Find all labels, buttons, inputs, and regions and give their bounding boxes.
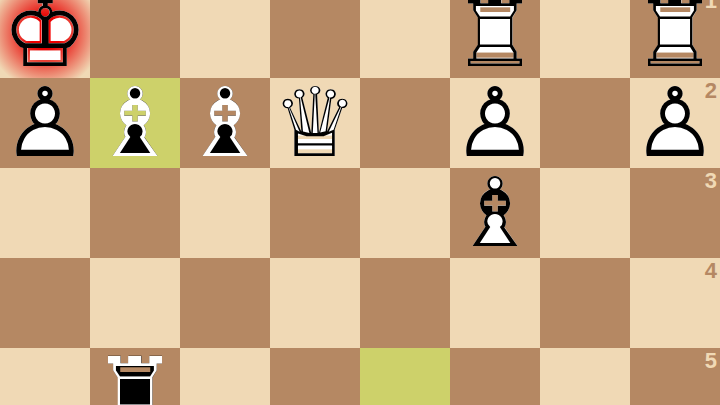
square-f5[interactable]	[180, 348, 270, 405]
square-e2[interactable]: ♛♕	[270, 78, 360, 168]
square-h2[interactable]: ♟♙	[0, 78, 90, 168]
square-h3[interactable]	[0, 168, 90, 258]
white-pawn-piece[interactable]: ♟	[2, 75, 88, 171]
square-a4[interactable]: 4	[630, 258, 720, 348]
square-g3[interactable]	[90, 168, 180, 258]
rank-label-5: 5	[705, 350, 717, 372]
white-pawn-piece[interactable]: ♟	[452, 75, 538, 171]
square-a3[interactable]: 3	[630, 168, 720, 258]
chess-board[interactable]: ♚♔♜♖♜♖1♟♙♝♗♝♗♛♕♟♙♟♙2♝♗34♜♖5	[0, 0, 720, 405]
square-b4[interactable]	[540, 258, 630, 348]
board-viewport: ♚♔♜♖♜♖1♟♙♝♗♝♗♛♕♟♙♟♙2♝♗34♜♖5	[0, 0, 720, 405]
square-g4[interactable]	[90, 258, 180, 348]
square-c1[interactable]: ♜♖	[450, 0, 540, 78]
square-d4[interactable]	[360, 258, 450, 348]
square-a5[interactable]: 5	[630, 348, 720, 405]
black-rook-piece[interactable]: ♜	[92, 345, 178, 405]
white-pawn-piece-outline: ♙	[2, 75, 88, 171]
square-d2[interactable]	[360, 78, 450, 168]
square-h4[interactable]	[0, 258, 90, 348]
white-rook-piece[interactable]: ♜	[452, 0, 538, 81]
white-queen-piece[interactable]: ♛	[272, 75, 358, 171]
white-rook-piece-outline: ♖	[452, 0, 538, 81]
square-b1[interactable]	[540, 0, 630, 78]
square-b5[interactable]	[540, 348, 630, 405]
square-c5[interactable]	[450, 348, 540, 405]
last-move-highlight	[360, 348, 450, 405]
square-g5[interactable]: ♜♖	[90, 348, 180, 405]
square-g1[interactable]	[90, 0, 180, 78]
square-b3[interactable]	[540, 168, 630, 258]
rank-label-3: 3	[705, 170, 717, 192]
square-g2[interactable]: ♝♗	[90, 78, 180, 168]
white-pawn-piece-outline: ♙	[452, 75, 538, 171]
rank-label-2: 2	[705, 80, 717, 102]
rank-label-4: 4	[705, 260, 717, 282]
square-a1[interactable]: ♜♖1	[630, 0, 720, 78]
square-e5[interactable]	[270, 348, 360, 405]
square-f3[interactable]	[180, 168, 270, 258]
square-d5[interactable]	[360, 348, 450, 405]
square-d3[interactable]	[360, 168, 450, 258]
square-f2[interactable]: ♝♗	[180, 78, 270, 168]
black-bishop-piece-outline: ♗	[182, 75, 268, 171]
white-queen-piece-outline: ♕	[272, 75, 358, 171]
black-rook-piece-outline: ♖	[92, 345, 178, 405]
square-d1[interactable]	[360, 0, 450, 78]
square-e3[interactable]	[270, 168, 360, 258]
white-bishop-piece[interactable]: ♝	[452, 165, 538, 261]
square-h1[interactable]: ♚♔	[0, 0, 90, 78]
check-highlight	[0, 0, 90, 78]
square-b2[interactable]	[540, 78, 630, 168]
rank-label-1: 1	[705, 0, 717, 12]
last-move-highlight	[90, 78, 180, 168]
square-c4[interactable]	[450, 258, 540, 348]
square-f4[interactable]	[180, 258, 270, 348]
square-e1[interactable]	[270, 0, 360, 78]
square-f1[interactable]	[180, 0, 270, 78]
square-h5[interactable]	[0, 348, 90, 405]
square-c3[interactable]: ♝♗	[450, 168, 540, 258]
square-e4[interactable]	[270, 258, 360, 348]
white-bishop-piece-outline: ♗	[452, 165, 538, 261]
square-a2[interactable]: ♟♙2	[630, 78, 720, 168]
square-c2[interactable]: ♟♙	[450, 78, 540, 168]
black-bishop-piece[interactable]: ♝	[182, 75, 268, 171]
